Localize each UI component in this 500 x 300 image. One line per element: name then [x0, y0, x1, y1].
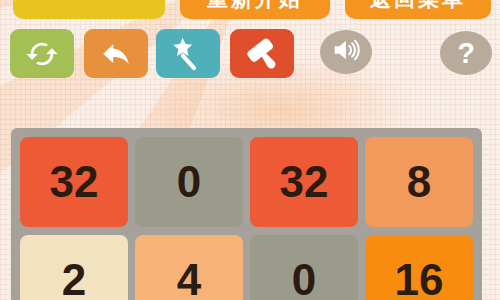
- tile-r1c1-32[interactable]: 32: [20, 137, 128, 227]
- back-to-menu-button[interactable]: 返回菜单: [345, 0, 491, 19]
- score-button[interactable]: [13, 0, 165, 19]
- magic-wand-icon: [170, 36, 206, 72]
- tile-r2c2-4[interactable]: 4: [135, 235, 243, 300]
- game-screen: 重新开始 返回菜单: [0, 0, 500, 300]
- tile-r1c2-0[interactable]: 0: [135, 137, 243, 227]
- restart-button[interactable]: 重新开始: [180, 0, 330, 19]
- tile-r1c3-32[interactable]: 32: [250, 137, 358, 227]
- magic-wand-button[interactable]: [156, 29, 220, 78]
- undo-button[interactable]: [84, 29, 148, 78]
- menu-button-label: 返回菜单: [370, 0, 466, 13]
- help-button[interactable]: ?: [440, 31, 492, 75]
- refresh-button[interactable]: [10, 29, 74, 78]
- sound-button[interactable]: [320, 30, 372, 74]
- tile-r2c4-16[interactable]: 16: [365, 235, 473, 300]
- tile-r2c1-2[interactable]: 2: [20, 235, 128, 300]
- hammer-button[interactable]: [230, 29, 294, 78]
- hammer-icon: [244, 36, 280, 72]
- undo-icon: [99, 37, 133, 71]
- restart-button-label: 重新开始: [207, 0, 303, 13]
- refresh-icon: [25, 37, 59, 71]
- tile-r2c3-0[interactable]: 0: [250, 235, 358, 300]
- tile-r1c4-8[interactable]: 8: [365, 137, 473, 227]
- board-2048[interactable]: 32032824016: [11, 128, 482, 300]
- speaker-icon: [330, 34, 362, 70]
- question-icon: ?: [457, 39, 475, 68]
